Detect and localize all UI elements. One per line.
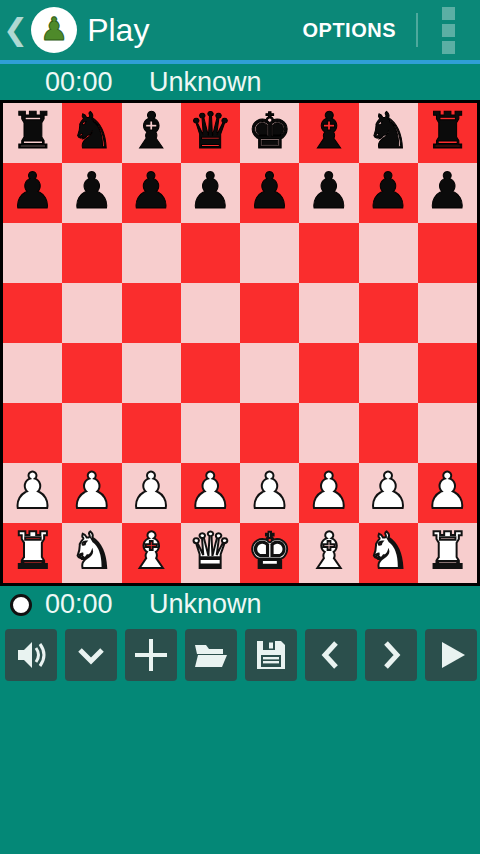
square-e7[interactable]: ♟ — [240, 163, 299, 223]
save-button[interactable] — [245, 629, 297, 681]
chevron-right-icon — [372, 636, 410, 674]
square-c4[interactable] — [122, 343, 181, 403]
square-e2[interactable]: ♟ — [240, 463, 299, 523]
overflow-menu-icon[interactable] — [424, 4, 472, 56]
white-king-piece: ♚ — [247, 526, 292, 576]
white-bishop-piece: ♝ — [306, 526, 351, 576]
black-pawn-piece: ♟ — [425, 166, 470, 216]
white-pawn-piece: ♟ — [425, 466, 470, 516]
square-f8[interactable]: ♝ — [299, 103, 358, 163]
square-b5[interactable] — [62, 283, 121, 343]
square-c2[interactable]: ♟ — [122, 463, 181, 523]
player-row-black: 00:00 Unknown — [0, 64, 480, 100]
options-button[interactable]: OPTIONS — [288, 9, 410, 52]
black-rook-piece: ♜ — [10, 106, 55, 156]
black-pawn-piece: ♟ — [247, 166, 292, 216]
square-d2[interactable]: ♟ — [181, 463, 240, 523]
square-e1[interactable]: ♚ — [240, 523, 299, 583]
square-h2[interactable]: ♟ — [418, 463, 477, 523]
square-e4[interactable] — [240, 343, 299, 403]
turn-indicator-white — [10, 594, 32, 616]
square-g3[interactable] — [359, 403, 418, 463]
square-g8[interactable]: ♞ — [359, 103, 418, 163]
square-d8[interactable]: ♛ — [181, 103, 240, 163]
white-queen-piece: ♛ — [188, 526, 233, 576]
chevron-down-icon — [72, 636, 110, 674]
square-f5[interactable] — [299, 283, 358, 343]
square-h3[interactable] — [418, 403, 477, 463]
volume-button[interactable] — [5, 629, 57, 681]
square-f1[interactable]: ♝ — [299, 523, 358, 583]
square-b2[interactable]: ♟ — [62, 463, 121, 523]
open-button[interactable] — [185, 629, 237, 681]
white-pawn-piece: ♟ — [366, 466, 411, 516]
white-pawn-piece: ♟ — [129, 466, 174, 516]
square-b6[interactable] — [62, 223, 121, 283]
square-c3[interactable] — [122, 403, 181, 463]
square-b3[interactable] — [62, 403, 121, 463]
next-move-button[interactable] — [365, 629, 417, 681]
square-e8[interactable]: ♚ — [240, 103, 299, 163]
black-queen-piece: ♛ — [188, 106, 233, 156]
square-d5[interactable] — [181, 283, 240, 343]
square-c1[interactable]: ♝ — [122, 523, 181, 583]
square-h1[interactable]: ♜ — [418, 523, 477, 583]
square-g1[interactable]: ♞ — [359, 523, 418, 583]
square-g4[interactable] — [359, 343, 418, 403]
square-f4[interactable] — [299, 343, 358, 403]
black-pawn-piece: ♟ — [306, 166, 351, 216]
new-game-button[interactable] — [125, 629, 177, 681]
white-player-name: Unknown — [149, 589, 262, 620]
collapse-button[interactable] — [65, 629, 117, 681]
square-a6[interactable] — [3, 223, 62, 283]
white-rook-piece: ♜ — [10, 526, 55, 576]
white-pawn-piece: ♟ — [10, 466, 55, 516]
action-bar: ❮ ♟ Play OPTIONS — [0, 0, 480, 64]
page-title: Play — [87, 12, 288, 49]
green-pawn-icon: ♟ — [40, 13, 69, 45]
black-king-piece: ♚ — [247, 106, 292, 156]
square-h8[interactable]: ♜ — [418, 103, 477, 163]
square-a4[interactable] — [3, 343, 62, 403]
white-knight-piece: ♞ — [366, 526, 411, 576]
square-f7[interactable]: ♟ — [299, 163, 358, 223]
square-e3[interactable] — [240, 403, 299, 463]
square-a7[interactable]: ♟ — [3, 163, 62, 223]
square-c8[interactable]: ♝ — [122, 103, 181, 163]
square-d4[interactable] — [181, 343, 240, 403]
black-bishop-piece: ♝ — [129, 106, 174, 156]
black-rook-piece: ♜ — [425, 106, 470, 156]
square-b8[interactable]: ♞ — [62, 103, 121, 163]
white-knight-piece: ♞ — [69, 526, 114, 576]
white-pawn-piece: ♟ — [306, 466, 351, 516]
square-g6[interactable] — [359, 223, 418, 283]
square-d7[interactable]: ♟ — [181, 163, 240, 223]
white-pawn-piece: ♟ — [69, 466, 114, 516]
back-icon[interactable]: ❮ — [2, 15, 29, 45]
prev-move-button[interactable] — [305, 629, 357, 681]
black-pawn-piece: ♟ — [129, 166, 174, 216]
black-pawn-piece: ♟ — [366, 166, 411, 216]
square-h4[interactable] — [418, 343, 477, 403]
square-e6[interactable] — [240, 223, 299, 283]
game-toolbar — [0, 623, 480, 681]
plus-icon — [131, 635, 171, 675]
square-f3[interactable] — [299, 403, 358, 463]
play-icon — [432, 636, 470, 674]
black-knight-piece: ♞ — [366, 106, 411, 156]
square-d1[interactable]: ♛ — [181, 523, 240, 583]
square-d6[interactable] — [181, 223, 240, 283]
black-knight-piece: ♞ — [69, 106, 114, 156]
black-pawn-piece: ♟ — [69, 166, 114, 216]
square-g2[interactable]: ♟ — [359, 463, 418, 523]
black-pawn-piece: ♟ — [10, 166, 55, 216]
player-row-white: 00:00 Unknown — [0, 586, 480, 623]
square-g7[interactable]: ♟ — [359, 163, 418, 223]
square-a8[interactable]: ♜ — [3, 103, 62, 163]
square-c5[interactable] — [122, 283, 181, 343]
white-bishop-piece: ♝ — [129, 526, 174, 576]
white-rook-piece: ♜ — [425, 526, 470, 576]
white-clock: 00:00 — [45, 589, 121, 620]
actionbar-divider — [416, 13, 418, 47]
volume-icon — [12, 636, 50, 674]
chevron-left-icon — [312, 636, 350, 674]
black-pawn-piece: ♟ — [188, 166, 233, 216]
square-d3[interactable] — [181, 403, 240, 463]
square-a2[interactable]: ♟ — [3, 463, 62, 523]
square-e5[interactable] — [240, 283, 299, 343]
folder-open-icon — [191, 635, 231, 675]
white-pawn-piece: ♟ — [247, 466, 292, 516]
save-icon — [252, 636, 290, 674]
square-b4[interactable] — [62, 343, 121, 403]
black-player-name: Unknown — [149, 67, 262, 98]
square-a1[interactable]: ♜ — [3, 523, 62, 583]
square-f2[interactable]: ♟ — [299, 463, 358, 523]
square-b7[interactable]: ♟ — [62, 163, 121, 223]
square-h5[interactable] — [418, 283, 477, 343]
square-g5[interactable] — [359, 283, 418, 343]
chess-board: ♜♞♝♛♚♝♞♜♟♟♟♟♟♟♟♟♟♟♟♟♟♟♟♟♜♞♝♛♚♝♞♜ — [0, 100, 480, 586]
black-clock: 00:00 — [45, 67, 121, 98]
square-h6[interactable] — [418, 223, 477, 283]
square-a5[interactable] — [3, 283, 62, 343]
square-a3[interactable] — [3, 403, 62, 463]
black-bishop-piece: ♝ — [306, 106, 351, 156]
square-h7[interactable]: ♟ — [418, 163, 477, 223]
app-logo: ♟ — [31, 7, 77, 53]
white-pawn-piece: ♟ — [188, 466, 233, 516]
play-button[interactable] — [425, 629, 477, 681]
square-f6[interactable] — [299, 223, 358, 283]
square-b1[interactable]: ♞ — [62, 523, 121, 583]
square-c6[interactable] — [122, 223, 181, 283]
square-c7[interactable]: ♟ — [122, 163, 181, 223]
